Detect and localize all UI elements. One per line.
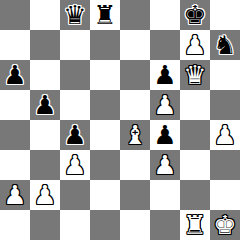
piece-white-rook[interactable]: ♜: [183, 210, 206, 240]
square-e1[interactable]: [120, 210, 150, 240]
piece-black-knight[interactable]: ♞: [213, 30, 236, 60]
square-c7[interactable]: [60, 30, 90, 60]
square-d7[interactable]: [90, 30, 120, 60]
square-a2[interactable]: ♟: [0, 180, 30, 210]
square-d6[interactable]: [90, 60, 120, 90]
square-e6[interactable]: [120, 60, 150, 90]
square-d2[interactable]: [90, 180, 120, 210]
square-c8[interactable]: ♛: [60, 0, 90, 30]
square-d8[interactable]: ♜: [90, 0, 120, 30]
square-b2[interactable]: ♟: [30, 180, 60, 210]
square-b7[interactable]: [30, 30, 60, 60]
piece-black-king[interactable]: ♚: [183, 0, 206, 30]
piece-white-pawn[interactable]: ♟: [3, 180, 26, 210]
square-e2[interactable]: [120, 180, 150, 210]
square-h4[interactable]: ♟: [210, 120, 240, 150]
square-a7[interactable]: [0, 30, 30, 60]
square-g2[interactable]: [180, 180, 210, 210]
square-c3[interactable]: ♟: [60, 150, 90, 180]
piece-black-queen[interactable]: ♛: [63, 0, 86, 30]
square-g6[interactable]: ♛: [180, 60, 210, 90]
square-g8[interactable]: ♚: [180, 0, 210, 30]
piece-white-pawn[interactable]: ♟: [153, 90, 176, 120]
piece-black-pawn[interactable]: ♟: [63, 120, 86, 150]
square-c6[interactable]: [60, 60, 90, 90]
square-e8[interactable]: [120, 0, 150, 30]
square-b1[interactable]: [30, 210, 60, 240]
square-b5[interactable]: ♟: [30, 90, 60, 120]
square-h8[interactable]: [210, 0, 240, 30]
piece-white-pawn[interactable]: ♟: [63, 150, 86, 180]
square-f4[interactable]: ♟: [150, 120, 180, 150]
square-f2[interactable]: [150, 180, 180, 210]
piece-black-pawn[interactable]: ♟: [153, 60, 176, 90]
square-a3[interactable]: [0, 150, 30, 180]
square-a1[interactable]: [0, 210, 30, 240]
square-g3[interactable]: [180, 150, 210, 180]
square-h6[interactable]: [210, 60, 240, 90]
square-d5[interactable]: [90, 90, 120, 120]
square-d4[interactable]: [90, 120, 120, 150]
piece-white-pawn[interactable]: ♟: [153, 150, 176, 180]
square-f6[interactable]: ♟: [150, 60, 180, 90]
square-b8[interactable]: [30, 0, 60, 30]
piece-white-pawn[interactable]: ♟: [213, 120, 236, 150]
square-g7[interactable]: ♟: [180, 30, 210, 60]
piece-white-king[interactable]: ♚: [213, 210, 236, 240]
square-d3[interactable]: [90, 150, 120, 180]
piece-black-pawn[interactable]: ♟: [153, 120, 176, 150]
square-e3[interactable]: [120, 150, 150, 180]
square-g4[interactable]: [180, 120, 210, 150]
square-b4[interactable]: [30, 120, 60, 150]
piece-white-queen[interactable]: ♛: [183, 60, 206, 90]
square-c2[interactable]: [60, 180, 90, 210]
square-a5[interactable]: [0, 90, 30, 120]
square-e7[interactable]: [120, 30, 150, 60]
piece-white-bishop[interactable]: ♝: [123, 120, 146, 150]
square-c1[interactable]: [60, 210, 90, 240]
square-h2[interactable]: [210, 180, 240, 210]
square-a4[interactable]: [0, 120, 30, 150]
square-f7[interactable]: [150, 30, 180, 60]
square-f8[interactable]: [150, 0, 180, 30]
piece-white-pawn[interactable]: ♟: [183, 30, 206, 60]
piece-black-pawn[interactable]: ♟: [33, 90, 56, 120]
square-d1[interactable]: [90, 210, 120, 240]
square-g1[interactable]: ♜: [180, 210, 210, 240]
square-h1[interactable]: ♚: [210, 210, 240, 240]
square-c4[interactable]: ♟: [60, 120, 90, 150]
square-e4[interactable]: ♝: [120, 120, 150, 150]
piece-black-pawn[interactable]: ♟: [3, 60, 26, 90]
square-h3[interactable]: [210, 150, 240, 180]
square-a6[interactable]: ♟: [0, 60, 30, 90]
square-c5[interactable]: [60, 90, 90, 120]
piece-white-pawn[interactable]: ♟: [33, 180, 56, 210]
square-e5[interactable]: [120, 90, 150, 120]
square-f1[interactable]: [150, 210, 180, 240]
square-a8[interactable]: [0, 0, 30, 30]
square-b3[interactable]: [30, 150, 60, 180]
square-h7[interactable]: ♞: [210, 30, 240, 60]
square-b6[interactable]: [30, 60, 60, 90]
piece-black-rook[interactable]: ♜: [93, 0, 116, 30]
chess-board: ♛♜♚♟♞♟♟♛♟♟♟♝♟♟♟♟♟♟♜♚: [0, 0, 240, 240]
square-f5[interactable]: ♟: [150, 90, 180, 120]
square-f3[interactable]: ♟: [150, 150, 180, 180]
square-h5[interactable]: [210, 90, 240, 120]
square-g5[interactable]: [180, 90, 210, 120]
